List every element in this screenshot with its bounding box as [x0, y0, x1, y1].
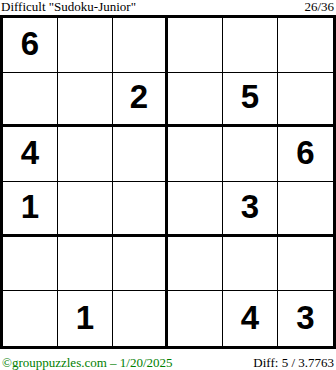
- sudoku-cell-empty-r5c4[interactable]: [168, 237, 223, 292]
- sudoku-cell-empty-r4c4[interactable]: [168, 182, 223, 237]
- sudoku-cell-empty-r4c2[interactable]: [58, 182, 113, 237]
- puzzle-footer: ©grouppuzzles.com – 1/20/2025 Diff: 5 / …: [0, 351, 336, 370]
- difficulty-text: Diff: 5 / 3.7763: [253, 355, 336, 370]
- puzzle-header: Difficult "Sudoku-Junior" 26/36: [0, 0, 336, 15]
- sudoku-cell-empty-r2c2[interactable]: [58, 73, 113, 128]
- sudoku-cell-empty-r2c4[interactable]: [168, 73, 223, 128]
- sudoku-cell-given-r1c1: 6: [3, 18, 58, 73]
- sudoku-cell-empty-r1c3[interactable]: [113, 18, 168, 73]
- sudoku-cell-given-r4c5: 3: [223, 182, 278, 237]
- sudoku-cell-given-r6c5: 4: [223, 291, 278, 346]
- sudoku-cell-empty-r5c6[interactable]: [278, 237, 333, 292]
- sudoku-cell-empty-r1c4[interactable]: [168, 18, 223, 73]
- sudoku-cell-given-r3c1: 4: [3, 127, 58, 182]
- sudoku-cell-empty-r5c3[interactable]: [113, 237, 168, 292]
- sudoku-cell-empty-r2c1[interactable]: [3, 73, 58, 128]
- sudoku-cell-empty-r3c4[interactable]: [168, 127, 223, 182]
- sudoku-cell-empty-r3c5[interactable]: [223, 127, 278, 182]
- sudoku-cell-empty-r3c3[interactable]: [113, 127, 168, 182]
- sudoku-cell-empty-r1c5[interactable]: [223, 18, 278, 73]
- sudoku-cell-empty-r1c6[interactable]: [278, 18, 333, 73]
- sudoku-cell-empty-r4c6[interactable]: [278, 182, 333, 237]
- sudoku-cell-given-r2c3: 2: [113, 73, 168, 128]
- copyright-text: ©grouppuzzles.com – 1/20/2025: [0, 355, 173, 370]
- sudoku-cell-empty-r5c2[interactable]: [58, 237, 113, 292]
- sudoku-cell-given-r4c1: 1: [3, 182, 58, 237]
- sudoku-cell-empty-r6c1[interactable]: [3, 291, 58, 346]
- sudoku-board: 6254613143: [0, 15, 336, 349]
- sudoku-cell-given-r6c2: 1: [58, 291, 113, 346]
- puzzle-title: Difficult "Sudoku-Junior": [0, 0, 136, 13]
- sudoku-cell-empty-r1c2[interactable]: [58, 18, 113, 73]
- sudoku-cell-empty-r6c3[interactable]: [113, 291, 168, 346]
- sudoku-cell-given-r2c5: 5: [223, 73, 278, 128]
- sudoku-cell-empty-r5c5[interactable]: [223, 237, 278, 292]
- puzzle-counter: 26/36: [304, 0, 336, 13]
- sudoku-cell-empty-r6c4[interactable]: [168, 291, 223, 346]
- sudoku-cell-empty-r2c6[interactable]: [278, 73, 333, 128]
- sudoku-cell-empty-r5c1[interactable]: [3, 237, 58, 292]
- sudoku-cell-given-r3c6: 6: [278, 127, 333, 182]
- sudoku-cell-given-r6c6: 3: [278, 291, 333, 346]
- sudoku-cell-empty-r3c2[interactable]: [58, 127, 113, 182]
- sudoku-cell-empty-r4c3[interactable]: [113, 182, 168, 237]
